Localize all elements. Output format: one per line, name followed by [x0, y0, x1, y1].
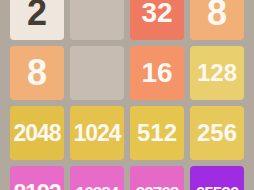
- tile-r2c4-128: 128: [190, 46, 244, 100]
- tile-r1c3-32: 32: [130, 0, 184, 40]
- tile-r4c1-8192: 8192: [10, 166, 64, 190]
- tile-r3c1-2048: 2048: [10, 106, 64, 160]
- cell-r1c2-empty: [70, 0, 124, 40]
- tile-r1c4-8: 8: [190, 0, 244, 40]
- cell-r2c2-empty: [70, 46, 124, 100]
- tile-r2c1-8: 8: [10, 46, 64, 100]
- tile-r3c4-256: 256: [190, 106, 244, 160]
- tile-r4c4-65536: 65536: [190, 166, 244, 190]
- tile-r4c2-16384: 16384: [70, 166, 124, 190]
- game-board-2048[interactable]: 2328816128204810245122568192163843276865…: [0, 0, 254, 190]
- tile-r3c2-1024: 1024: [70, 106, 124, 160]
- tile-r2c3-16: 16: [130, 46, 184, 100]
- tile-r3c3-512: 512: [130, 106, 184, 160]
- tile-r4c3-32768: 32768: [130, 166, 184, 190]
- game-viewport: { "game": "2048", "position": { "rows": …: [0, 0, 254, 190]
- tile-r1c1-2: 2: [10, 0, 64, 40]
